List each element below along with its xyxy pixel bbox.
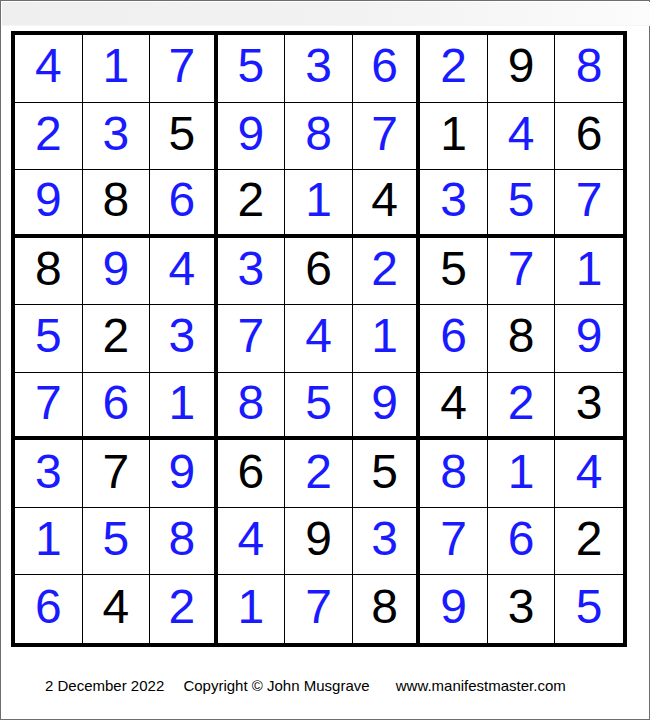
sudoku-cell-r2c2: 3 bbox=[83, 103, 151, 171]
sudoku-cell-r8c6: 3 bbox=[353, 508, 421, 576]
sudoku-cell-r1c9: 8 bbox=[555, 35, 623, 103]
sudoku-cell-r2c8: 4 bbox=[488, 103, 556, 171]
sudoku-cell-r5c7: 6 bbox=[420, 305, 488, 373]
sudoku-cell-r4c4: 3 bbox=[218, 238, 286, 306]
sudoku-cell-r8c7: 7 bbox=[420, 508, 488, 576]
sudoku-cell-r1c8: 9 bbox=[488, 35, 556, 103]
sudoku-cell-r8c4: 4 bbox=[218, 508, 286, 576]
sudoku-cell-r5c4: 7 bbox=[218, 305, 286, 373]
sudoku-cell-r8c9: 2 bbox=[555, 508, 623, 576]
window-frame: 4175362982359871469862143578943625715237… bbox=[0, 0, 650, 720]
sudoku-cell-r7c2: 7 bbox=[83, 440, 151, 508]
sudoku-cell-r6c4: 8 bbox=[218, 373, 286, 441]
sudoku-cell-r4c2: 9 bbox=[83, 238, 151, 306]
sudoku-cell-r8c2: 5 bbox=[83, 508, 151, 576]
sudoku-cell-r7c6: 5 bbox=[353, 440, 421, 508]
sudoku-cell-r3c4: 2 bbox=[218, 170, 286, 238]
sudoku-cell-r8c8: 6 bbox=[488, 508, 556, 576]
sudoku-cell-r9c4: 1 bbox=[218, 575, 286, 643]
sudoku-cell-r2c6: 7 bbox=[353, 103, 421, 171]
sudoku-cell-r3c2: 8 bbox=[83, 170, 151, 238]
sudoku-cell-r5c9: 9 bbox=[555, 305, 623, 373]
sudoku-cell-r3c8: 5 bbox=[488, 170, 556, 238]
sudoku-cell-r4c7: 5 bbox=[420, 238, 488, 306]
sudoku-cell-r2c3: 5 bbox=[150, 103, 218, 171]
sudoku-cell-r5c1: 5 bbox=[15, 305, 83, 373]
footer-date: 2 December 2022 bbox=[45, 677, 164, 694]
sudoku-cell-r3c7: 3 bbox=[420, 170, 488, 238]
sudoku-cell-r5c8: 8 bbox=[488, 305, 556, 373]
sudoku-cell-r4c3: 4 bbox=[150, 238, 218, 306]
sudoku-cell-r4c9: 1 bbox=[555, 238, 623, 306]
sudoku-cell-r2c4: 9 bbox=[218, 103, 286, 171]
sudoku-cell-r2c9: 6 bbox=[555, 103, 623, 171]
sudoku-cell-r7c3: 9 bbox=[150, 440, 218, 508]
sudoku-cell-r3c6: 4 bbox=[353, 170, 421, 238]
sudoku-cell-r7c4: 6 bbox=[218, 440, 286, 508]
sudoku-cell-r7c9: 4 bbox=[555, 440, 623, 508]
sudoku-cell-r6c2: 6 bbox=[83, 373, 151, 441]
sudoku-cell-r6c1: 7 bbox=[15, 373, 83, 441]
sudoku-cell-r2c5: 8 bbox=[285, 103, 353, 171]
sudoku-cell-r9c9: 5 bbox=[555, 575, 623, 643]
sudoku-cell-r4c6: 2 bbox=[353, 238, 421, 306]
sudoku-cell-r5c3: 3 bbox=[150, 305, 218, 373]
sudoku-cell-r6c6: 9 bbox=[353, 373, 421, 441]
sudoku-cell-r8c3: 8 bbox=[150, 508, 218, 576]
sudoku-cell-r4c5: 6 bbox=[285, 238, 353, 306]
sudoku-cell-r7c5: 2 bbox=[285, 440, 353, 508]
sudoku-cell-r5c2: 2 bbox=[83, 305, 151, 373]
sudoku-cell-r4c1: 8 bbox=[15, 238, 83, 306]
footer: 2 December 2022 Copyright © John Musgrav… bbox=[45, 677, 566, 694]
sudoku-cell-r1c1: 4 bbox=[15, 35, 83, 103]
sudoku-cell-r9c3: 2 bbox=[150, 575, 218, 643]
sudoku-cell-r8c1: 1 bbox=[15, 508, 83, 576]
sudoku-cell-r6c8: 2 bbox=[488, 373, 556, 441]
sudoku-cell-r1c2: 1 bbox=[83, 35, 151, 103]
sudoku-cell-r1c5: 3 bbox=[285, 35, 353, 103]
sudoku-cell-r9c2: 4 bbox=[83, 575, 151, 643]
footer-copyright: Copyright © John Musgrave bbox=[183, 677, 369, 694]
sudoku-cell-r3c9: 7 bbox=[555, 170, 623, 238]
sudoku-cell-r6c5: 5 bbox=[285, 373, 353, 441]
sudoku-cell-r5c5: 4 bbox=[285, 305, 353, 373]
top-bar bbox=[2, 2, 650, 26]
sudoku-cell-r5c6: 1 bbox=[353, 305, 421, 373]
sudoku-cell-r3c5: 1 bbox=[285, 170, 353, 238]
sudoku-board: 4175362982359871469862143578943625715237… bbox=[11, 31, 627, 647]
sudoku-cell-r1c3: 7 bbox=[150, 35, 218, 103]
sudoku-cell-r8c5: 9 bbox=[285, 508, 353, 576]
sudoku-cell-r6c7: 4 bbox=[420, 373, 488, 441]
sudoku-cell-r7c1: 3 bbox=[15, 440, 83, 508]
sudoku-cell-r2c1: 2 bbox=[15, 103, 83, 171]
sudoku-cell-r9c1: 6 bbox=[15, 575, 83, 643]
sudoku-cell-r3c1: 9 bbox=[15, 170, 83, 238]
sudoku-cell-r7c7: 8 bbox=[420, 440, 488, 508]
footer-website-url: www.manifestmaster.com bbox=[396, 677, 566, 694]
sudoku-cell-r7c8: 1 bbox=[488, 440, 556, 508]
sudoku-cell-r6c3: 1 bbox=[150, 373, 218, 441]
sudoku-cell-r1c7: 2 bbox=[420, 35, 488, 103]
sudoku-cell-r9c6: 8 bbox=[353, 575, 421, 643]
sudoku-cell-r1c6: 6 bbox=[353, 35, 421, 103]
sudoku-cell-r9c5: 7 bbox=[285, 575, 353, 643]
sudoku-cell-r3c3: 6 bbox=[150, 170, 218, 238]
sudoku-cell-r9c8: 3 bbox=[488, 575, 556, 643]
sudoku-cell-r9c7: 9 bbox=[420, 575, 488, 643]
sudoku-cell-r2c7: 1 bbox=[420, 103, 488, 171]
sudoku-cell-r1c4: 5 bbox=[218, 35, 286, 103]
sudoku-cell-r6c9: 3 bbox=[555, 373, 623, 441]
sudoku-cell-r4c8: 7 bbox=[488, 238, 556, 306]
